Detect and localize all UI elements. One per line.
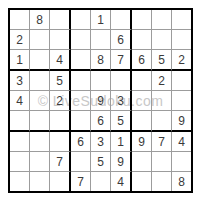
cell-r4c1[interactable]: 3 bbox=[10, 71, 30, 91]
cell-r9c1[interactable] bbox=[10, 172, 30, 191]
cell-r8c6[interactable]: 9 bbox=[111, 152, 132, 172]
cell-r3c6[interactable]: 7 bbox=[111, 50, 132, 71]
cell-r7c8[interactable]: 7 bbox=[152, 132, 172, 152]
cell-r6c4[interactable] bbox=[71, 111, 91, 132]
cell-r4c8[interactable]: 2 bbox=[152, 71, 172, 91]
cell-r4c7[interactable] bbox=[132, 71, 152, 91]
cell-r5c4[interactable] bbox=[71, 91, 91, 111]
cell-r7c9[interactable]: 4 bbox=[172, 132, 191, 152]
cell-r7c1[interactable] bbox=[10, 132, 30, 152]
cell-r5c7[interactable] bbox=[132, 91, 152, 111]
sudoku-page: © LiveSudoku.com 81261487652352429365963… bbox=[0, 0, 200, 200]
cell-r8c9[interactable] bbox=[172, 152, 191, 172]
cell-r8c5[interactable]: 5 bbox=[91, 152, 111, 172]
cell-r9c5[interactable] bbox=[91, 172, 111, 191]
sudoku-board: © LiveSudoku.com 81261487652352429365963… bbox=[8, 8, 193, 193]
cell-r6c2[interactable] bbox=[30, 111, 50, 132]
cell-r8c8[interactable] bbox=[152, 152, 172, 172]
cell-r1c8[interactable] bbox=[152, 10, 172, 30]
cell-r3c9[interactable]: 2 bbox=[172, 50, 191, 71]
cell-r5c6[interactable]: 3 bbox=[111, 91, 132, 111]
cell-r2c3[interactable] bbox=[50, 30, 71, 50]
cell-r5c3[interactable]: 2 bbox=[50, 91, 71, 111]
cell-r6c1[interactable] bbox=[10, 111, 30, 132]
cell-r9c9[interactable]: 8 bbox=[172, 172, 191, 191]
cell-r6c5[interactable]: 6 bbox=[91, 111, 111, 132]
cell-r4c9[interactable] bbox=[172, 71, 191, 91]
cell-r1c9[interactable] bbox=[172, 10, 191, 30]
cell-r9c7[interactable] bbox=[132, 172, 152, 191]
cell-r4c3[interactable]: 5 bbox=[50, 71, 71, 91]
cell-r2c9[interactable] bbox=[172, 30, 191, 50]
cell-r1c2[interactable]: 8 bbox=[30, 10, 50, 30]
sudoku-grid[interactable]: 812614876523524293659631974759748 bbox=[8, 8, 193, 193]
cell-r3c2[interactable] bbox=[30, 50, 50, 71]
cell-r3c5[interactable]: 8 bbox=[91, 50, 111, 71]
cell-r1c1[interactable] bbox=[10, 10, 30, 30]
cell-r8c7[interactable] bbox=[132, 152, 152, 172]
cell-r5c8[interactable] bbox=[152, 91, 172, 111]
cell-r9c8[interactable] bbox=[152, 172, 172, 191]
cell-r2c4[interactable] bbox=[71, 30, 91, 50]
cell-r2c5[interactable] bbox=[91, 30, 111, 50]
cell-r3c1[interactable]: 1 bbox=[10, 50, 30, 71]
cell-r6c3[interactable] bbox=[50, 111, 71, 132]
cell-r7c7[interactable]: 9 bbox=[132, 132, 152, 152]
cell-r1c3[interactable] bbox=[50, 10, 71, 30]
cell-r2c8[interactable] bbox=[152, 30, 172, 50]
cell-r7c3[interactable] bbox=[50, 132, 71, 152]
cell-r5c1[interactable]: 4 bbox=[10, 91, 30, 111]
cell-r3c4[interactable] bbox=[71, 50, 91, 71]
cell-r2c7[interactable] bbox=[132, 30, 152, 50]
cell-r8c3[interactable]: 7 bbox=[50, 152, 71, 172]
cell-r8c4[interactable] bbox=[71, 152, 91, 172]
cell-r4c6[interactable] bbox=[111, 71, 132, 91]
cell-r9c2[interactable] bbox=[30, 172, 50, 191]
cell-r3c7[interactable]: 6 bbox=[132, 50, 152, 71]
cell-r4c2[interactable] bbox=[30, 71, 50, 91]
cell-r5c9[interactable] bbox=[172, 91, 191, 111]
cell-r2c1[interactable]: 2 bbox=[10, 30, 30, 50]
cell-r3c3[interactable]: 4 bbox=[50, 50, 71, 71]
cell-r9c3[interactable] bbox=[50, 172, 71, 191]
cell-r1c6[interactable] bbox=[111, 10, 132, 30]
cell-r3c8[interactable]: 5 bbox=[152, 50, 172, 71]
cell-r6c6[interactable]: 5 bbox=[111, 111, 132, 132]
cell-r4c5[interactable] bbox=[91, 71, 111, 91]
cell-r1c7[interactable] bbox=[132, 10, 152, 30]
cell-r7c4[interactable]: 6 bbox=[71, 132, 91, 152]
cell-r2c6[interactable]: 6 bbox=[111, 30, 132, 50]
cell-r5c5[interactable]: 9 bbox=[91, 91, 111, 111]
cell-r8c2[interactable] bbox=[30, 152, 50, 172]
cell-r6c7[interactable] bbox=[132, 111, 152, 132]
cell-r6c9[interactable]: 9 bbox=[172, 111, 191, 132]
cell-r1c4[interactable] bbox=[71, 10, 91, 30]
cell-r7c5[interactable]: 3 bbox=[91, 132, 111, 152]
cell-r9c6[interactable]: 4 bbox=[111, 172, 132, 191]
cell-r6c8[interactable] bbox=[152, 111, 172, 132]
cell-r7c6[interactable]: 1 bbox=[111, 132, 132, 152]
cell-r2c2[interactable] bbox=[30, 30, 50, 50]
cell-r7c2[interactable] bbox=[30, 132, 50, 152]
cell-r1c5[interactable]: 1 bbox=[91, 10, 111, 30]
cell-r9c4[interactable]: 7 bbox=[71, 172, 91, 191]
cell-r5c2[interactable] bbox=[30, 91, 50, 111]
cell-r4c4[interactable] bbox=[71, 71, 91, 91]
cell-r8c1[interactable] bbox=[10, 152, 30, 172]
